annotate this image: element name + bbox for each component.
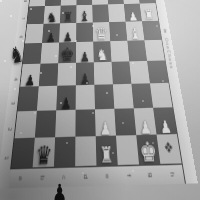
white-rook[interactable]: ♜ xyxy=(100,145,115,167)
square-h6[interactable] xyxy=(142,21,162,40)
square-h7[interactable]: ♜ xyxy=(140,3,159,21)
square-f2[interactable] xyxy=(114,108,136,135)
square-b5[interactable] xyxy=(40,42,59,63)
crown-icon: ♛ xyxy=(163,28,168,33)
square-a2[interactable] xyxy=(15,111,37,138)
square-b4[interactable] xyxy=(39,63,58,86)
square-d2[interactable] xyxy=(75,109,95,136)
square-d4[interactable]: ♟ xyxy=(76,62,95,85)
square-a7[interactable] xyxy=(27,6,45,24)
square-f4[interactable] xyxy=(112,61,132,84)
square-a3[interactable] xyxy=(18,86,39,111)
square-h3[interactable] xyxy=(150,83,173,108)
white-bishop[interactable]: ♝ xyxy=(129,26,142,41)
chess-board: 87654321 ♞♜♝♟♜♟♟♛♝♚♟♞♟♟♟♟♟♟♛♜♚❖ ♛ OnaChe… xyxy=(0,0,198,189)
square-e2[interactable]: ♟ xyxy=(95,109,116,136)
square-d5[interactable]: ♟ xyxy=(76,42,94,63)
square-f1[interactable] xyxy=(116,135,139,165)
square-f3[interactable] xyxy=(113,84,134,109)
board-maker-logo: ❖ xyxy=(163,139,175,157)
black-bishop[interactable]: ♝ xyxy=(79,10,90,24)
white-knight[interactable]: ♞ xyxy=(96,48,108,64)
white-queen[interactable]: ♛ xyxy=(95,25,109,42)
captured-black-knight[interactable]: ♞ xyxy=(9,40,25,70)
square-h2[interactable]: ♟ xyxy=(153,107,177,134)
square-c6[interactable]: ♟ xyxy=(59,23,76,43)
square-h5[interactable] xyxy=(144,40,164,61)
white-pawn[interactable]: ♟ xyxy=(139,119,152,137)
square-c3[interactable]: ♟ xyxy=(56,85,76,110)
square-e6[interactable]: ♛ xyxy=(93,22,111,42)
chessboard-photo: 87654321 ♞♜♝♟♜♟♟♛♝♚♟♞♟♟♟♟♟♟♛♜♚❖ ♛ OnaChe… xyxy=(0,0,200,200)
black-pawn[interactable]: ♟ xyxy=(60,95,71,111)
black-king[interactable]: ♚ xyxy=(60,45,75,64)
square-c7[interactable]: ♜ xyxy=(60,5,77,23)
square-d3[interactable] xyxy=(76,85,95,110)
square-e7[interactable] xyxy=(92,4,109,22)
square-d6[interactable] xyxy=(76,22,93,42)
square-c5[interactable]: ♚ xyxy=(58,42,76,63)
white-pawn[interactable]: ♟ xyxy=(100,120,112,138)
square-b1[interactable]: ♛ xyxy=(33,137,56,167)
white-king[interactable]: ♚ xyxy=(139,138,159,165)
square-h4[interactable] xyxy=(147,60,168,83)
square-c4[interactable] xyxy=(57,63,76,86)
square-b3[interactable] xyxy=(37,86,57,111)
square-c1[interactable] xyxy=(54,137,76,167)
square-f5[interactable] xyxy=(110,41,129,62)
brand-text: OnaChess xyxy=(164,38,174,70)
square-f6[interactable] xyxy=(109,22,127,42)
black-queen[interactable]: ♛ xyxy=(35,142,53,168)
white-pawn[interactable]: ♟ xyxy=(159,118,173,136)
square-c2[interactable] xyxy=(55,110,76,137)
square-e5[interactable]: ♞ xyxy=(93,41,111,62)
square-b7[interactable]: ♞ xyxy=(44,6,61,24)
square-e4[interactable] xyxy=(94,62,113,85)
square-a5[interactable] xyxy=(23,43,42,64)
square-b2[interactable] xyxy=(35,110,56,137)
board-grid: ♞♜♝♟♜♟♟♛♝♚♟♞♟♟♟♟♟♟♛♜♚❖ xyxy=(11,0,181,168)
square-b6[interactable]: ♟ xyxy=(42,23,60,43)
square-d1[interactable] xyxy=(75,136,96,166)
square-e3[interactable] xyxy=(94,84,114,109)
square-a6[interactable] xyxy=(25,24,44,44)
square-a1[interactable] xyxy=(11,138,35,168)
dust-specks xyxy=(0,0,2,2)
square-f7[interactable] xyxy=(108,4,125,22)
square-d7[interactable]: ♝ xyxy=(76,5,92,23)
captured-black-pawn[interactable]: ♟ xyxy=(52,179,67,200)
square-e1[interactable]: ♜ xyxy=(96,136,118,166)
